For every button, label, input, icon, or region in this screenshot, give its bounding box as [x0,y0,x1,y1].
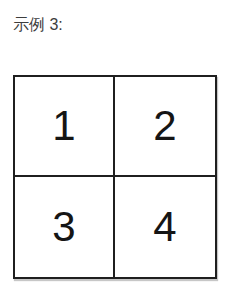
page: 示例 3: 1 2 3 4 [0,0,234,301]
number-grid: 1 2 3 4 [13,75,217,279]
example-label: 示例 3: [13,14,63,36]
grid-cell-r1c0: 3 [15,177,115,277]
grid-cell-r0c1: 2 [115,77,215,177]
grid-cell-r0c0: 1 [15,77,115,177]
grid-cell-r1c1: 4 [115,177,215,277]
